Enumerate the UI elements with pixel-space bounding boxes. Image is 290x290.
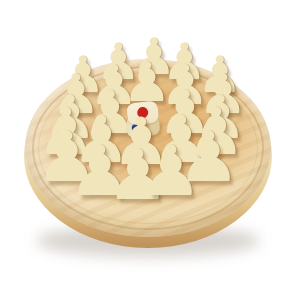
memory-chess-photo-scene: ♟♟♟♟♟♟♟♟♟♟♟♟♟♟♟♟♟♟♟♟♟♟♟♟ xyxy=(0,0,290,290)
peg[interactable]: ♟ xyxy=(178,122,241,192)
